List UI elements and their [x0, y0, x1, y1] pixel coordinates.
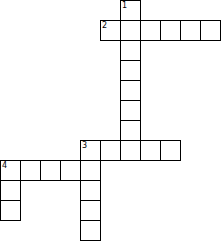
crossword-cell-r1c6[interactable]	[120, 20, 141, 41]
crossword-cell-r1c5[interactable]: 2	[100, 20, 121, 41]
crossword-cell-r1c9[interactable]	[180, 20, 201, 41]
crossword-cell-r7c5[interactable]	[100, 140, 121, 161]
crossword-cell-r10c0[interactable]	[0, 200, 21, 221]
crossword-cell-r2c6[interactable]	[120, 40, 141, 61]
crossword-cell-r7c7[interactable]	[140, 140, 161, 161]
crossword-cell-r10c4[interactable]	[80, 200, 101, 221]
crossword-cell-r11c4[interactable]	[80, 220, 101, 241]
clue-number-4: 4	[2, 161, 7, 170]
crossword-cell-r8c4[interactable]	[80, 160, 101, 181]
crossword-cell-r8c3[interactable]	[60, 160, 81, 181]
crossword-cell-r0c6[interactable]: 1	[120, 0, 141, 21]
crossword-cell-r9c4[interactable]	[80, 180, 101, 201]
clue-number-3: 3	[82, 141, 87, 150]
crossword-cell-r8c2[interactable]	[40, 160, 61, 181]
crossword-cell-r9c0[interactable]	[0, 180, 21, 201]
clue-number-1: 1	[122, 1, 127, 10]
clue-number-2: 2	[102, 21, 107, 30]
crossword-cell-r6c6[interactable]	[120, 120, 141, 141]
crossword-cell-r1c8[interactable]	[160, 20, 181, 41]
crossword-cell-r1c7[interactable]	[140, 20, 161, 41]
crossword-board: 1234	[0, 0, 221, 241]
crossword-cell-r7c8[interactable]	[160, 140, 181, 161]
crossword-page: 1234	[0, 0, 221, 241]
crossword-cell-r8c1[interactable]	[20, 160, 41, 181]
crossword-cell-r4c6[interactable]	[120, 80, 141, 101]
crossword-cell-r7c4[interactable]: 3	[80, 140, 101, 161]
crossword-cell-r1c10[interactable]	[200, 20, 221, 41]
crossword-cell-r3c6[interactable]	[120, 60, 141, 81]
crossword-cell-r8c0[interactable]: 4	[0, 160, 21, 181]
crossword-cell-r5c6[interactable]	[120, 100, 141, 121]
crossword-cell-r7c6[interactable]	[120, 140, 141, 161]
